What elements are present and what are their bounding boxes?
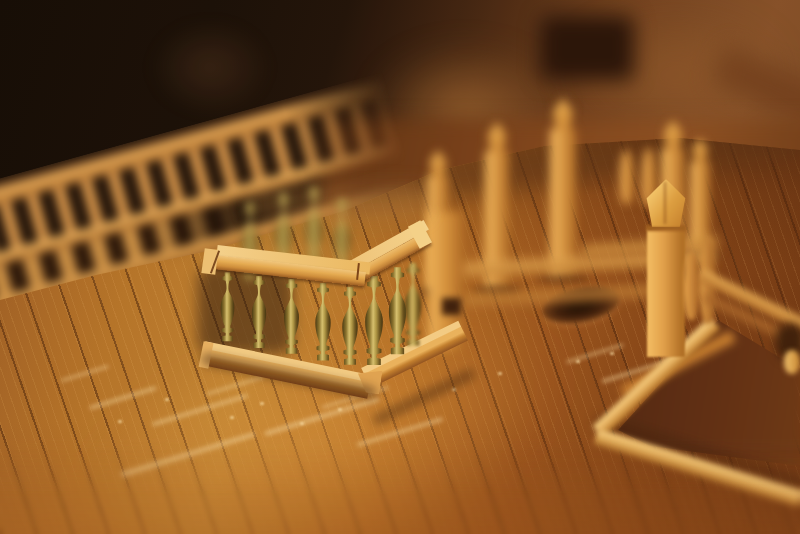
brass-baluster (337, 286, 363, 374)
corner-vignette (580, 374, 800, 534)
brass-baluster (247, 276, 271, 356)
photo-model-ship-deck (0, 0, 800, 534)
brass-baluster (216, 272, 239, 349)
brass-baluster-right (399, 263, 427, 355)
brass-baluster (310, 283, 336, 369)
brass-baluster (279, 279, 304, 362)
